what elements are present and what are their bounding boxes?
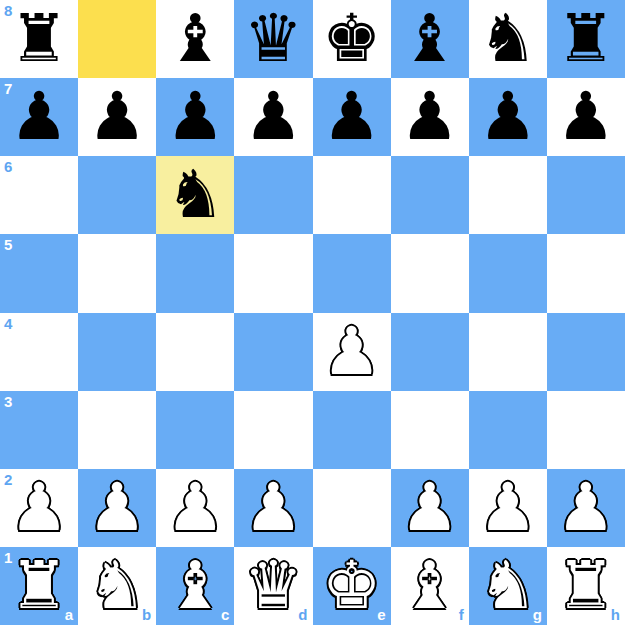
square-c7[interactable]: ♟ [156,78,234,156]
square-c1[interactable]: c♝ [156,547,234,625]
square-h7[interactable]: ♟ [547,78,625,156]
file-label-f: f [459,607,464,622]
square-e7[interactable]: ♟ [313,78,391,156]
black-pawn[interactable]: ♟ [244,78,303,156]
black-pawn[interactable]: ♟ [400,78,459,156]
square-e3[interactable] [313,391,391,469]
square-f7[interactable]: ♟ [391,78,469,156]
square-b6[interactable] [78,156,156,234]
square-b2[interactable]: ♟ [78,469,156,547]
square-d2[interactable]: ♟ [234,469,312,547]
rank-label-3: 3 [4,394,12,409]
square-g4[interactable] [469,313,547,391]
black-bishop[interactable]: ♝ [166,0,225,78]
white-bishop[interactable]: ♝ [166,547,225,625]
black-pawn[interactable]: ♟ [556,78,615,156]
square-d1[interactable]: d♛ [234,547,312,625]
square-c4[interactable] [156,313,234,391]
square-g6[interactable] [469,156,547,234]
black-pawn[interactable]: ♟ [166,78,225,156]
square-f6[interactable] [391,156,469,234]
white-bishop[interactable]: ♝ [400,547,459,625]
black-knight[interactable]: ♞ [478,0,537,78]
square-g8[interactable]: ♞ [469,0,547,78]
square-c5[interactable] [156,234,234,312]
square-h1[interactable]: h♜ [547,547,625,625]
square-c6[interactable]: ♞ [156,156,234,234]
square-a4[interactable]: 4 [0,313,78,391]
square-d4[interactable] [234,313,312,391]
square-d5[interactable] [234,234,312,312]
square-b8[interactable] [78,0,156,78]
square-h3[interactable] [547,391,625,469]
square-f4[interactable] [391,313,469,391]
square-d6[interactable] [234,156,312,234]
white-pawn[interactable]: ♟ [9,469,68,547]
square-f5[interactable] [391,234,469,312]
square-a3[interactable]: 3 [0,391,78,469]
black-pawn[interactable]: ♟ [322,78,381,156]
square-c8[interactable]: ♝ [156,0,234,78]
square-h4[interactable] [547,313,625,391]
white-pawn[interactable]: ♟ [322,313,381,391]
square-c2[interactable]: ♟ [156,469,234,547]
square-a8[interactable]: 8♜ [0,0,78,78]
white-king[interactable]: ♚ [322,547,381,625]
square-e4[interactable]: ♟ [313,313,391,391]
square-f1[interactable]: f♝ [391,547,469,625]
square-e6[interactable] [313,156,391,234]
square-f3[interactable] [391,391,469,469]
square-f2[interactable]: ♟ [391,469,469,547]
square-g7[interactable]: ♟ [469,78,547,156]
square-a7[interactable]: 7♟ [0,78,78,156]
white-knight[interactable]: ♞ [478,547,537,625]
white-pawn[interactable]: ♟ [244,469,303,547]
square-d7[interactable]: ♟ [234,78,312,156]
square-a6[interactable]: 6 [0,156,78,234]
square-b3[interactable] [78,391,156,469]
rank-label-5: 5 [4,237,12,252]
white-pawn[interactable]: ♟ [400,469,459,547]
square-h8[interactable]: ♜ [547,0,625,78]
black-pawn[interactable]: ♟ [478,78,537,156]
black-queen[interactable]: ♛ [244,0,303,78]
square-a1[interactable]: 1a♜ [0,547,78,625]
square-a5[interactable]: 5 [0,234,78,312]
square-b5[interactable] [78,234,156,312]
square-e1[interactable]: e♚ [313,547,391,625]
rank-label-6: 6 [4,159,12,174]
black-rook[interactable]: ♜ [9,0,68,78]
black-bishop[interactable]: ♝ [400,0,459,78]
square-h5[interactable] [547,234,625,312]
square-e5[interactable] [313,234,391,312]
white-pawn[interactable]: ♟ [88,469,147,547]
white-pawn[interactable]: ♟ [166,469,225,547]
white-knight[interactable]: ♞ [88,547,147,625]
black-knight[interactable]: ♞ [166,156,225,234]
square-b7[interactable]: ♟ [78,78,156,156]
square-g5[interactable] [469,234,547,312]
square-h2[interactable]: ♟ [547,469,625,547]
square-g2[interactable]: ♟ [469,469,547,547]
white-rook[interactable]: ♜ [556,547,615,625]
white-rook[interactable]: ♜ [9,547,68,625]
white-pawn[interactable]: ♟ [556,469,615,547]
white-pawn[interactable]: ♟ [478,469,537,547]
square-g1[interactable]: g♞ [469,547,547,625]
square-e8[interactable]: ♚ [313,0,391,78]
black-rook[interactable]: ♜ [556,0,615,78]
chess-board: 8♜♝♛♚♝♞♜7♟♟♟♟♟♟♟♟6♞54♟32♟♟♟♟♟♟♟1a♜b♞c♝d♛… [0,0,625,625]
square-f8[interactable]: ♝ [391,0,469,78]
square-b4[interactable] [78,313,156,391]
square-d8[interactable]: ♛ [234,0,312,78]
square-d3[interactable] [234,391,312,469]
rank-label-4: 4 [4,316,12,331]
black-pawn[interactable]: ♟ [9,78,68,156]
square-a2[interactable]: 2♟ [0,469,78,547]
square-g3[interactable] [469,391,547,469]
black-pawn[interactable]: ♟ [88,78,147,156]
white-queen[interactable]: ♛ [244,547,303,625]
black-king[interactable]: ♚ [322,0,381,78]
square-b1[interactable]: b♞ [78,547,156,625]
square-c3[interactable] [156,391,234,469]
square-h6[interactable] [547,156,625,234]
square-e2[interactable] [313,469,391,547]
